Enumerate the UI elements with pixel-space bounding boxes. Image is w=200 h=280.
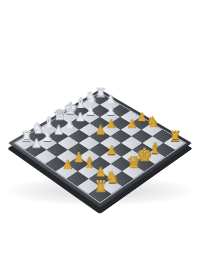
square-h3: ♞ [142,123,163,136]
square-h1: ♜ [164,136,185,150]
product-photo-scene: ♜♞♝♛♚♝♞♜♟♟♟♟♟♟♟♟♟♟♟♟♟♟♝♟♞♟♜♞♛♚♝♜ [0,0,200,280]
square-e4 [100,136,121,150]
square-g2 [142,136,163,150]
silver-rook-h8: ♜ [88,76,112,98]
square-d4 [89,143,110,157]
